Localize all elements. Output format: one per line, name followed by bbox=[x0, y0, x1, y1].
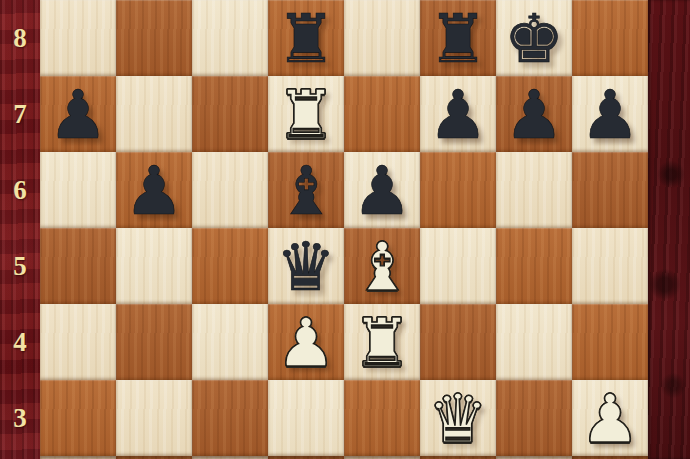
board-frame-right bbox=[648, 0, 690, 459]
piece-black-pawn[interactable]: ♟ bbox=[352, 158, 412, 225]
square-g7[interactable]: ♟ bbox=[496, 76, 572, 152]
square-c6[interactable] bbox=[192, 152, 268, 228]
square-h7[interactable]: ♟ bbox=[572, 76, 648, 152]
piece-black-pawn[interactable]: ♟ bbox=[428, 82, 488, 149]
square-b5[interactable] bbox=[116, 228, 192, 304]
piece-black-pawn[interactable]: ♟ bbox=[580, 82, 640, 149]
square-f3[interactable]: ♛ bbox=[420, 380, 496, 456]
square-h4[interactable] bbox=[572, 304, 648, 380]
rank-label-3: 3 bbox=[0, 380, 40, 456]
square-c4[interactable] bbox=[192, 304, 268, 380]
piece-black-rook[interactable]: ♜ bbox=[276, 6, 336, 73]
square-a7[interactable]: ♟ bbox=[40, 76, 116, 152]
square-g8[interactable]: ♚ bbox=[496, 0, 572, 76]
piece-black-pawn[interactable]: ♟ bbox=[124, 158, 184, 225]
piece-white-rook[interactable]: ♜ bbox=[276, 82, 336, 149]
square-a6[interactable] bbox=[40, 152, 116, 228]
square-d6[interactable]: ♝ bbox=[268, 152, 344, 228]
piece-black-bishop[interactable]: ♝ bbox=[276, 158, 336, 225]
square-f8[interactable]: ♜ bbox=[420, 0, 496, 76]
piece-white-pawn[interactable]: ♟ bbox=[580, 386, 640, 453]
square-e7[interactable] bbox=[344, 76, 420, 152]
square-a3[interactable] bbox=[40, 380, 116, 456]
square-c7[interactable] bbox=[192, 76, 268, 152]
piece-black-pawn[interactable]: ♟ bbox=[48, 82, 108, 149]
square-e4[interactable]: ♜ bbox=[344, 304, 420, 380]
square-d5[interactable]: ♛ bbox=[268, 228, 344, 304]
square-g3[interactable] bbox=[496, 380, 572, 456]
piece-black-pawn[interactable]: ♟ bbox=[504, 82, 564, 149]
square-e5[interactable]: ♝ bbox=[344, 228, 420, 304]
piece-white-pawn[interactable]: ♟ bbox=[276, 310, 336, 377]
piece-white-bishop[interactable]: ♝ bbox=[352, 234, 412, 301]
square-d8[interactable]: ♜ bbox=[268, 0, 344, 76]
square-e8[interactable] bbox=[344, 0, 420, 76]
rank-label-8: 8 bbox=[0, 0, 40, 76]
square-e3[interactable] bbox=[344, 380, 420, 456]
square-c5[interactable] bbox=[192, 228, 268, 304]
square-b6[interactable]: ♟ bbox=[116, 152, 192, 228]
square-a5[interactable] bbox=[40, 228, 116, 304]
square-b7[interactable] bbox=[116, 76, 192, 152]
square-g5[interactable] bbox=[496, 228, 572, 304]
square-e6[interactable]: ♟ bbox=[344, 152, 420, 228]
piece-black-rook[interactable]: ♜ bbox=[428, 6, 488, 73]
board-frame-left: 8 7 6 5 4 3 bbox=[0, 0, 40, 459]
square-c8[interactable] bbox=[192, 0, 268, 76]
rank-label-7: 7 bbox=[0, 76, 40, 152]
square-b4[interactable] bbox=[116, 304, 192, 380]
chess-board: ♜♜♚♟♜♟♟♟♟♝♟♛♝♟♜♛♟ bbox=[40, 0, 648, 459]
square-b3[interactable] bbox=[116, 380, 192, 456]
square-a8[interactable] bbox=[40, 0, 116, 76]
square-g4[interactable] bbox=[496, 304, 572, 380]
piece-white-rook[interactable]: ♜ bbox=[352, 310, 412, 377]
rank-label-4: 4 bbox=[0, 304, 40, 380]
piece-black-king[interactable]: ♚ bbox=[504, 6, 564, 73]
rank-label-6: 6 bbox=[0, 152, 40, 228]
square-d4[interactable]: ♟ bbox=[268, 304, 344, 380]
square-f7[interactable]: ♟ bbox=[420, 76, 496, 152]
square-h8[interactable] bbox=[572, 0, 648, 76]
square-b8[interactable] bbox=[116, 0, 192, 76]
square-f4[interactable] bbox=[420, 304, 496, 380]
square-d7[interactable]: ♜ bbox=[268, 76, 344, 152]
square-h5[interactable] bbox=[572, 228, 648, 304]
square-f5[interactable] bbox=[420, 228, 496, 304]
piece-black-queen[interactable]: ♛ bbox=[276, 234, 336, 301]
piece-white-queen[interactable]: ♛ bbox=[428, 386, 488, 453]
square-a4[interactable] bbox=[40, 304, 116, 380]
square-d3[interactable] bbox=[268, 380, 344, 456]
square-h6[interactable] bbox=[572, 152, 648, 228]
square-f6[interactable] bbox=[420, 152, 496, 228]
square-c3[interactable] bbox=[192, 380, 268, 456]
square-g6[interactable] bbox=[496, 152, 572, 228]
square-h3[interactable]: ♟ bbox=[572, 380, 648, 456]
chessboard-screenshot: 8 7 6 5 4 3 ♜♜♚♟♜♟♟♟♟♝♟♛♝♟♜♛♟ bbox=[0, 0, 690, 459]
rank-label-5: 5 bbox=[0, 228, 40, 304]
